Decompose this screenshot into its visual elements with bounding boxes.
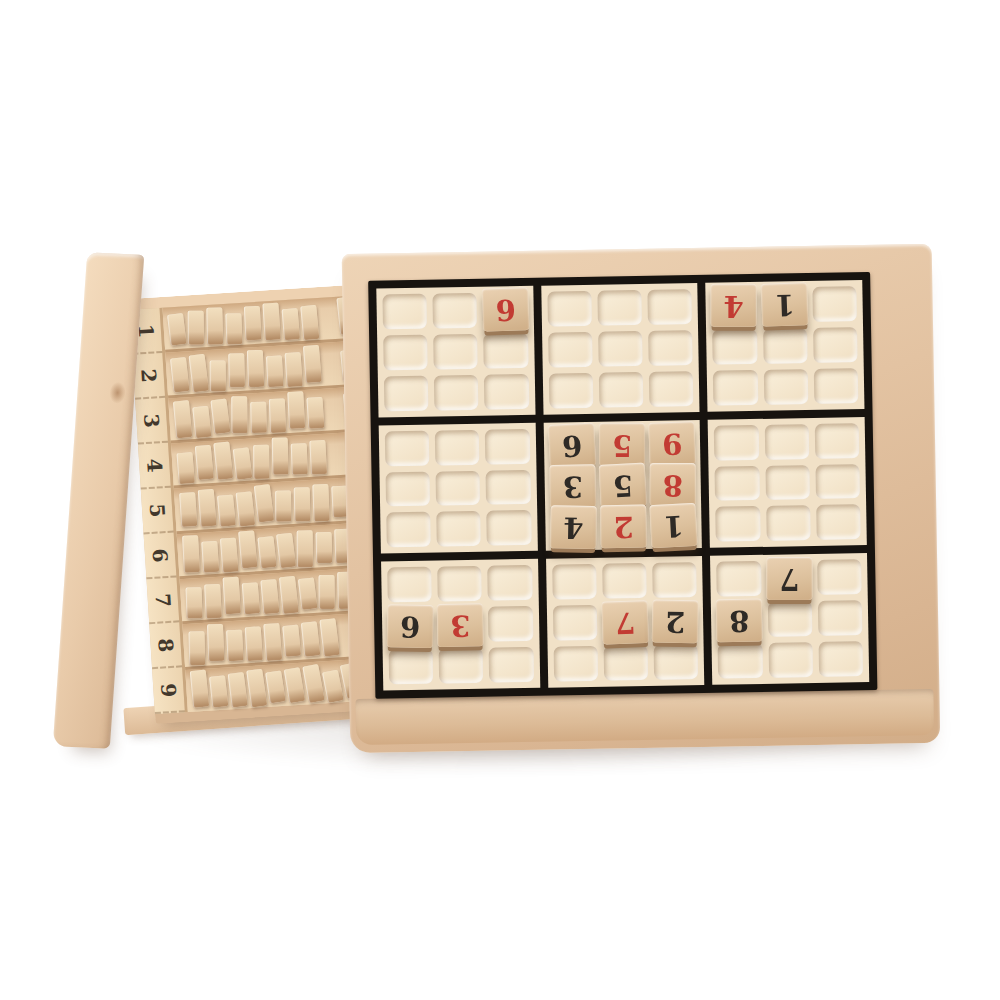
drawer-row-label-text: 9 bbox=[156, 682, 181, 697]
cell-r2c8[interactable] bbox=[763, 328, 808, 364]
tile-r4c6-digit-9[interactable]: 9 bbox=[649, 421, 696, 466]
cell-r9c7[interactable] bbox=[718, 643, 763, 679]
cell-r3c5[interactable] bbox=[599, 372, 644, 408]
drawer-tile[interactable] bbox=[302, 664, 324, 703]
tile-digit: 3 bbox=[562, 472, 583, 501]
drawer-tile[interactable] bbox=[254, 484, 274, 523]
cell-r8c3[interactable] bbox=[488, 606, 533, 642]
drawer-tile[interactable] bbox=[257, 536, 276, 569]
drawer-tile[interactable] bbox=[213, 442, 233, 480]
tile-r8c1-digit-6[interactable]: 6 bbox=[387, 604, 434, 648]
sudoku-box-3-1: 63 bbox=[381, 559, 540, 690]
cell-r1c4[interactable] bbox=[547, 291, 592, 327]
drawer-row-label-8: 8 bbox=[149, 622, 182, 669]
drawer-tile[interactable] bbox=[272, 438, 289, 475]
cell-r7c5[interactable] bbox=[602, 563, 647, 599]
drawer-front-panel[interactable] bbox=[53, 252, 144, 748]
tile-digit: 3 bbox=[450, 610, 471, 639]
drawer-row-label-7: 7 bbox=[147, 577, 180, 624]
drawer-tile[interactable] bbox=[206, 308, 223, 345]
cell-r9c2[interactable] bbox=[439, 648, 484, 684]
cell-r9c5[interactable] bbox=[603, 645, 648, 681]
drawer-tile[interactable] bbox=[291, 444, 308, 476]
cell-r5c7[interactable] bbox=[715, 465, 760, 501]
drawer-tile[interactable] bbox=[188, 311, 204, 345]
drawer-tile[interactable] bbox=[201, 541, 219, 573]
drawer-tile[interactable] bbox=[287, 391, 305, 429]
drawer-tile[interactable] bbox=[231, 396, 247, 433]
cell-r9c1[interactable] bbox=[389, 649, 434, 685]
cell-r6c7[interactable] bbox=[715, 506, 760, 542]
cell-r7c8[interactable]: 7 bbox=[767, 560, 812, 596]
sudoku-box-2-3 bbox=[708, 417, 867, 548]
tile-r7c8-digit-7[interactable]: 7 bbox=[766, 557, 812, 600]
drawer-tile[interactable] bbox=[192, 406, 211, 439]
cell-r6c2[interactable] bbox=[436, 511, 481, 547]
cell-r6c8[interactable] bbox=[766, 505, 811, 541]
tile-r1c7-digit-4[interactable]: 4 bbox=[711, 284, 757, 327]
cell-r3c9[interactable] bbox=[814, 368, 859, 404]
cell-r8c8[interactable] bbox=[767, 601, 812, 637]
cell-r4c2[interactable] bbox=[435, 429, 480, 465]
tile-r8c6-digit-2[interactable]: 2 bbox=[652, 599, 699, 643]
tile-digit: 7 bbox=[779, 564, 799, 593]
drawer-tile[interactable] bbox=[225, 313, 242, 345]
tile-digit: 9 bbox=[662, 429, 683, 459]
drawer-row-label-text: 8 bbox=[153, 637, 178, 652]
drawer-tile[interactable] bbox=[276, 533, 296, 569]
cell-r7c4[interactable] bbox=[552, 564, 597, 600]
tile-digit: 4 bbox=[563, 512, 584, 541]
cell-r9c6[interactable] bbox=[654, 644, 699, 680]
drawer-tile[interactable] bbox=[209, 675, 228, 708]
drawer-tile[interactable] bbox=[189, 353, 209, 392]
drawer-tile[interactable] bbox=[297, 530, 313, 567]
cell-r4c6[interactable]: 9 bbox=[650, 426, 695, 462]
cell-r5c1[interactable] bbox=[385, 471, 430, 507]
tile-r1c3-digit-6[interactable]: 6 bbox=[481, 287, 528, 332]
drawer-tile[interactable] bbox=[319, 575, 335, 609]
drawer-tile[interactable] bbox=[246, 669, 267, 708]
drawer-tile[interactable] bbox=[223, 577, 241, 615]
cell-r7c6[interactable] bbox=[652, 562, 697, 598]
cell-r1c3[interactable]: 6 bbox=[483, 292, 528, 328]
drawer-tile[interactable] bbox=[282, 624, 301, 656]
drawer-tile[interactable] bbox=[167, 313, 187, 346]
drawer-tile[interactable] bbox=[253, 445, 269, 479]
drawer-tile[interactable] bbox=[226, 629, 243, 661]
drawer-tile[interactable] bbox=[190, 670, 209, 708]
drawer-tile[interactable] bbox=[300, 305, 319, 340]
cell-r4c5[interactable]: 5 bbox=[600, 427, 645, 463]
drawer-tile[interactable] bbox=[279, 576, 299, 614]
cell-r2c7[interactable] bbox=[712, 329, 757, 365]
cell-r5c8[interactable] bbox=[765, 465, 810, 501]
drawer-tile[interactable] bbox=[306, 397, 324, 429]
drawer-tile[interactable] bbox=[242, 583, 260, 615]
drawer-tile[interactable] bbox=[198, 488, 217, 526]
tile-digit: 8 bbox=[729, 605, 750, 634]
drawer-tile[interactable] bbox=[250, 402, 267, 433]
tile-digit: 5 bbox=[612, 430, 632, 459]
drawer-tile[interactable] bbox=[319, 618, 339, 657]
tile-digit: 6 bbox=[495, 295, 516, 325]
drawer-tile[interactable] bbox=[316, 532, 333, 563]
drawer-row-label-9: 9 bbox=[152, 667, 185, 714]
drawer-tile[interactable] bbox=[176, 452, 194, 484]
drawer-tile[interactable] bbox=[210, 399, 230, 435]
cell-r1c8[interactable]: 1 bbox=[762, 287, 807, 323]
drawer-tile[interactable] bbox=[260, 579, 279, 614]
drawer-row-label-2: 2 bbox=[132, 353, 165, 400]
cell-r6c9[interactable] bbox=[816, 505, 861, 541]
drawer-tile[interactable] bbox=[282, 309, 300, 341]
cell-r5c3[interactable] bbox=[486, 469, 531, 505]
tile-r4c5-digit-5[interactable]: 5 bbox=[599, 423, 645, 466]
cell-r4c7[interactable] bbox=[714, 425, 759, 461]
drawer-tile[interactable] bbox=[188, 631, 205, 665]
cell-r3c4[interactable] bbox=[548, 373, 593, 409]
tile-digit: 1 bbox=[774, 290, 795, 320]
drawer-tile[interactable] bbox=[207, 623, 224, 661]
cell-r3c1[interactable] bbox=[384, 375, 429, 411]
drawer-tile[interactable] bbox=[236, 491, 255, 526]
drawer-tile[interactable] bbox=[228, 353, 245, 387]
tile-r8c2-digit-3[interactable]: 3 bbox=[437, 603, 484, 647]
tile-digit: 7 bbox=[615, 607, 636, 637]
drawer-row-label-text: 6 bbox=[148, 547, 173, 562]
cell-r2c6[interactable] bbox=[648, 330, 693, 366]
sudoku-box-1-3: 41 bbox=[706, 280, 865, 411]
cell-r1c1[interactable] bbox=[382, 294, 427, 330]
sudoku-box-1-1: 6 bbox=[376, 286, 535, 417]
cell-r9c9[interactable] bbox=[818, 641, 863, 677]
tile-r1c8-digit-1[interactable]: 1 bbox=[761, 283, 808, 328]
drawer-row-label-5: 5 bbox=[141, 488, 174, 535]
cell-r7c7[interactable] bbox=[716, 561, 761, 597]
product-photo: 123456789 641659358421637278 bbox=[0, 0, 1000, 1000]
cell-r8c7[interactable]: 8 bbox=[717, 602, 762, 638]
drawer-tile[interactable] bbox=[244, 306, 262, 341]
tile-r6c4-digit-4[interactable]: 4 bbox=[550, 505, 597, 549]
drawer-tile[interactable] bbox=[309, 440, 327, 475]
cell-r6c1[interactable] bbox=[386, 512, 431, 548]
tile-r8c5-digit-7[interactable]: 7 bbox=[601, 600, 648, 645]
tile-r5c6-digit-8[interactable]: 8 bbox=[650, 463, 696, 506]
drawer-row-label-6: 6 bbox=[144, 533, 177, 580]
drawer-tile[interactable] bbox=[298, 578, 318, 611]
drawer-tile[interactable] bbox=[182, 535, 200, 573]
drawer-tile[interactable] bbox=[170, 357, 189, 392]
cell-r4c1[interactable] bbox=[385, 430, 430, 466]
cell-r3c6[interactable] bbox=[649, 371, 694, 407]
drawer-tile[interactable] bbox=[285, 352, 303, 387]
cell-r9c4[interactable] bbox=[553, 646, 598, 682]
cell-r1c9[interactable] bbox=[812, 286, 857, 322]
cell-r8c9[interactable] bbox=[818, 600, 863, 636]
cell-r6c5[interactable]: 2 bbox=[601, 508, 646, 544]
tile-digit: 4 bbox=[724, 291, 744, 320]
cell-r9c3[interactable] bbox=[489, 647, 534, 683]
cell-r2c1[interactable] bbox=[383, 335, 428, 371]
cell-r6c6[interactable]: 1 bbox=[651, 507, 696, 543]
drawer-tile[interactable] bbox=[303, 345, 322, 383]
drawer-tile[interactable] bbox=[247, 349, 264, 387]
sudoku-box-3-2: 72 bbox=[546, 556, 705, 687]
sudoku-box-2-2: 659358421 bbox=[543, 420, 702, 551]
tile-digit: 8 bbox=[663, 470, 683, 499]
drawer-tile[interactable] bbox=[179, 492, 197, 527]
sudoku-box-1-2 bbox=[541, 283, 700, 414]
drawer-tile[interactable] bbox=[266, 355, 283, 387]
drawer-tile[interactable] bbox=[322, 670, 344, 703]
drawer-tile[interactable] bbox=[238, 530, 257, 568]
cell-r1c2[interactable] bbox=[433, 293, 478, 329]
drawer-tile[interactable] bbox=[312, 484, 329, 522]
drawer-row-label-text: 7 bbox=[150, 592, 175, 607]
drawer-tile[interactable] bbox=[195, 445, 214, 480]
cell-r2c4[interactable] bbox=[548, 332, 593, 368]
tile-r8c7-digit-8[interactable]: 8 bbox=[716, 598, 763, 642]
tile-digit: 6 bbox=[561, 430, 583, 460]
cell-r4c8[interactable] bbox=[764, 424, 809, 460]
cell-r1c6[interactable] bbox=[647, 289, 692, 325]
drawer-row-label-text: 4 bbox=[142, 457, 167, 472]
drawer-tile[interactable] bbox=[301, 621, 320, 656]
tile-r6c6-digit-1[interactable]: 1 bbox=[650, 503, 698, 548]
cell-r3c8[interactable] bbox=[763, 369, 808, 405]
cell-r8c5[interactable]: 7 bbox=[603, 604, 648, 640]
cell-r4c9[interactable] bbox=[814, 423, 859, 459]
cell-r5c9[interactable] bbox=[815, 464, 860, 500]
tile-r4c4-digit-6[interactable]: 6 bbox=[548, 423, 596, 468]
tile-r5c4-digit-3[interactable]: 3 bbox=[549, 464, 596, 508]
drawer-tile[interactable] bbox=[204, 584, 222, 619]
drawer-tile[interactable] bbox=[233, 448, 253, 481]
sudoku-box-2-1 bbox=[379, 422, 538, 553]
drawer-tile[interactable] bbox=[275, 490, 291, 521]
sudoku-board: 641659358421637278 bbox=[342, 244, 941, 753]
cell-r4c3[interactable] bbox=[485, 429, 530, 465]
cell-r5c2[interactable] bbox=[436, 470, 481, 506]
cell-r7c2[interactable] bbox=[437, 566, 482, 602]
cell-r6c4[interactable]: 4 bbox=[551, 509, 596, 545]
tile-digit: 1 bbox=[663, 510, 685, 540]
drawer-row-label-4: 4 bbox=[138, 443, 171, 490]
drawer-tile[interactable] bbox=[265, 670, 285, 703]
drawer-tile[interactable] bbox=[228, 672, 248, 708]
cell-r7c9[interactable] bbox=[817, 559, 862, 595]
cell-r1c7[interactable]: 4 bbox=[712, 288, 757, 324]
cell-r5c5[interactable]: 5 bbox=[600, 467, 645, 503]
cell-r8c4[interactable] bbox=[553, 605, 598, 641]
cell-r2c3[interactable] bbox=[484, 333, 529, 369]
cell-r3c7[interactable] bbox=[713, 370, 758, 406]
cell-r2c2[interactable] bbox=[433, 334, 478, 370]
drawer-tile[interactable] bbox=[217, 494, 236, 526]
drawer-tile[interactable] bbox=[284, 667, 305, 703]
cell-r6c3[interactable] bbox=[487, 510, 532, 546]
drawer-tile[interactable] bbox=[263, 623, 282, 661]
tile-r6c5-digit-2[interactable]: 2 bbox=[600, 504, 647, 548]
tile-digit: 6 bbox=[400, 611, 421, 640]
drawer-row-label-text: 5 bbox=[145, 502, 170, 517]
cell-r2c5[interactable] bbox=[598, 331, 643, 367]
drawer-row-label-3: 3 bbox=[135, 398, 168, 445]
drawer-tile[interactable] bbox=[245, 626, 263, 661]
drawer-row-label-text: 3 bbox=[139, 413, 164, 428]
drawer-tile[interactable] bbox=[220, 538, 239, 573]
cell-r1c5[interactable] bbox=[597, 290, 642, 326]
drawer-tile[interactable] bbox=[294, 487, 311, 521]
cell-r7c3[interactable] bbox=[488, 565, 533, 601]
drawer-row-label-text: 2 bbox=[136, 368, 161, 383]
cell-r8c6[interactable]: 2 bbox=[653, 603, 698, 639]
cell-r8c1[interactable]: 6 bbox=[388, 608, 433, 644]
sudoku-grid: 641659358421637278 bbox=[368, 272, 877, 699]
tile-digit: 5 bbox=[612, 470, 634, 500]
cell-r5c6[interactable]: 8 bbox=[651, 467, 696, 503]
sudoku-box-3-3: 78 bbox=[710, 553, 869, 684]
cell-r3c2[interactable] bbox=[434, 375, 479, 411]
drawer-tile[interactable] bbox=[173, 400, 192, 438]
tile-r5c5-digit-5[interactable]: 5 bbox=[599, 463, 647, 508]
cell-r3c3[interactable] bbox=[484, 374, 529, 410]
cell-r2c9[interactable] bbox=[813, 327, 858, 363]
cell-r9c8[interactable] bbox=[768, 642, 813, 678]
cell-r4c4[interactable]: 6 bbox=[549, 427, 594, 463]
cell-r7c1[interactable] bbox=[387, 567, 432, 603]
drawer-tile[interactable] bbox=[186, 587, 203, 619]
cell-r5c4[interactable]: 3 bbox=[550, 468, 595, 504]
drawer-tile[interactable] bbox=[210, 360, 226, 391]
tile-digit: 2 bbox=[613, 512, 634, 541]
cell-r8c2[interactable]: 3 bbox=[438, 607, 483, 643]
tile-digit: 2 bbox=[665, 606, 686, 635]
drawer-tile[interactable] bbox=[262, 303, 280, 341]
drawer-tile[interactable] bbox=[269, 399, 286, 434]
